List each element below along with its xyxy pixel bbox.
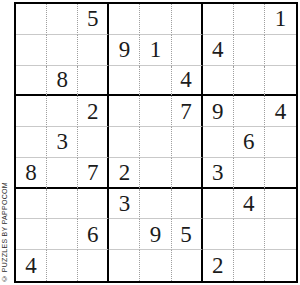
sudoku-cell-r6c1[interactable]: 8 (16, 158, 47, 189)
sudoku-cell-r3c1[interactable] (16, 66, 47, 97)
sudoku-cell-r9c8[interactable] (234, 250, 265, 281)
sudoku-cell-r6c6[interactable] (172, 158, 203, 189)
sudoku-cell-r5c6[interactable] (172, 127, 203, 158)
watermark-copyright: © PUZZLES BY PAPPOCOM (1, 182, 8, 282)
sudoku-cell-r9c2[interactable] (47, 250, 78, 281)
sudoku-cell-r3c8[interactable] (234, 66, 265, 97)
sudoku-cell-r4c1[interactable] (16, 96, 47, 127)
sudoku-cell-r3c6[interactable]: 4 (172, 66, 203, 97)
page: © PUZZLES BY PAPPOCOM 519148427943687233… (0, 0, 300, 285)
sudoku-cell-r1c8[interactable] (234, 4, 265, 35)
sudoku-cell-r8c8[interactable] (234, 219, 265, 250)
sudoku-cell-r6c2[interactable] (47, 158, 78, 189)
sudoku-cell-r5c8[interactable]: 6 (234, 127, 265, 158)
sudoku-cell-r1c2[interactable] (47, 4, 78, 35)
sudoku-cell-r6c5[interactable] (140, 158, 171, 189)
sudoku-cell-r8c1[interactable] (16, 219, 47, 250)
sudoku-cell-r4c7[interactable]: 9 (203, 96, 234, 127)
sudoku-cell-r5c4[interactable] (109, 127, 140, 158)
sudoku-cell-r3c9[interactable] (265, 66, 296, 97)
sudoku-cell-r3c4[interactable] (109, 66, 140, 97)
sudoku-cell-r9c7[interactable]: 2 (203, 250, 234, 281)
sudoku-cell-r1c7[interactable] (203, 4, 234, 35)
sudoku-cell-r5c5[interactable] (140, 127, 171, 158)
sudoku-cell-r7c8[interactable]: 4 (234, 189, 265, 220)
sudoku-cell-r9c1[interactable]: 4 (16, 250, 47, 281)
sudoku-cell-r2c3[interactable] (78, 35, 109, 66)
sudoku-cell-r8c6[interactable]: 5 (172, 219, 203, 250)
sudoku-cell-r2c6[interactable] (172, 35, 203, 66)
sudoku-cell-r5c2[interactable]: 3 (47, 127, 78, 158)
sudoku-cell-r6c8[interactable] (234, 158, 265, 189)
sudoku-cell-r8c4[interactable] (109, 219, 140, 250)
sudoku-cell-r7c9[interactable] (265, 189, 296, 220)
sudoku-cell-r1c6[interactable] (172, 4, 203, 35)
sudoku-cell-r9c5[interactable] (140, 250, 171, 281)
sudoku-cell-r8c7[interactable] (203, 219, 234, 250)
sudoku-cell-r3c5[interactable] (140, 66, 171, 97)
sudoku-cell-r6c9[interactable] (265, 158, 296, 189)
sudoku-cell-r2c5[interactable]: 1 (140, 35, 171, 66)
sudoku-cell-r7c3[interactable] (78, 189, 109, 220)
sudoku-cell-r4c3[interactable]: 2 (78, 96, 109, 127)
sudoku-cell-r2c9[interactable] (265, 35, 296, 66)
sudoku-cell-r8c5[interactable]: 9 (140, 219, 171, 250)
sudoku-cell-r5c1[interactable] (16, 127, 47, 158)
sudoku-cell-r7c1[interactable] (16, 189, 47, 220)
sudoku-cell-r1c9[interactable]: 1 (265, 4, 296, 35)
sudoku-cell-r7c5[interactable] (140, 189, 171, 220)
sudoku-cell-r1c5[interactable] (140, 4, 171, 35)
sudoku-cell-r4c4[interactable] (109, 96, 140, 127)
sudoku-cell-r6c4[interactable]: 2 (109, 158, 140, 189)
sudoku-cell-r1c3[interactable]: 5 (78, 4, 109, 35)
sudoku-cell-r8c2[interactable] (47, 219, 78, 250)
sudoku-cell-r5c7[interactable] (203, 127, 234, 158)
sudoku-cell-r9c4[interactable] (109, 250, 140, 281)
sudoku-cell-r1c1[interactable] (16, 4, 47, 35)
sudoku-cell-r2c8[interactable] (234, 35, 265, 66)
sudoku-cell-r4c8[interactable] (234, 96, 265, 127)
sudoku-cell-r3c3[interactable] (78, 66, 109, 97)
sudoku-cell-r2c7[interactable]: 4 (203, 35, 234, 66)
sudoku-cell-r2c1[interactable] (16, 35, 47, 66)
sudoku-cell-r2c4[interactable]: 9 (109, 35, 140, 66)
sudoku-cell-r5c9[interactable] (265, 127, 296, 158)
sudoku-cell-r9c3[interactable] (78, 250, 109, 281)
sudoku-cell-r9c9[interactable] (265, 250, 296, 281)
sudoku-cell-r8c9[interactable] (265, 219, 296, 250)
sudoku-cell-r4c9[interactable]: 4 (265, 96, 296, 127)
sudoku-cell-r6c3[interactable]: 7 (78, 158, 109, 189)
sudoku-cell-r4c6[interactable]: 7 (172, 96, 203, 127)
sudoku-cell-r1c4[interactable] (109, 4, 140, 35)
sudoku-cell-r6c7[interactable]: 3 (203, 158, 234, 189)
sudoku-board: 519148427943687233469542 (14, 2, 298, 283)
sudoku-cell-r7c6[interactable] (172, 189, 203, 220)
sudoku-cell-r7c7[interactable] (203, 189, 234, 220)
sudoku-cell-r2c2[interactable] (47, 35, 78, 66)
sudoku-cell-r9c6[interactable] (172, 250, 203, 281)
sudoku-cell-r8c3[interactable]: 6 (78, 219, 109, 250)
sudoku-cell-r7c2[interactable] (47, 189, 78, 220)
sudoku-cell-r4c2[interactable] (47, 96, 78, 127)
sudoku-cell-r3c7[interactable] (203, 66, 234, 97)
sudoku-cell-r4c5[interactable] (140, 96, 171, 127)
sudoku-cell-r7c4[interactable]: 3 (109, 189, 140, 220)
sudoku-cell-r5c3[interactable] (78, 127, 109, 158)
sudoku-cell-r3c2[interactable]: 8 (47, 66, 78, 97)
